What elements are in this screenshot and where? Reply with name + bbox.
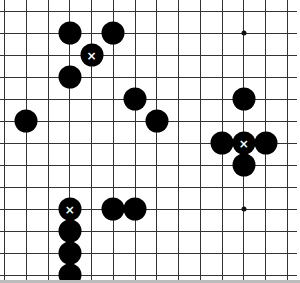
black-stone — [254, 132, 277, 155]
grid-line-vertical — [178, 0, 179, 280]
go-diagram: ××× — [0, 0, 300, 283]
black-stone — [102, 22, 125, 45]
go-board: ××× — [0, 0, 300, 283]
grid-line-vertical — [48, 0, 49, 280]
black-stone — [58, 220, 81, 243]
grid-line-horizontal — [0, 231, 297, 232]
grid-line-vertical — [135, 0, 136, 280]
black-stone — [124, 88, 147, 111]
black-stone — [211, 132, 234, 155]
star-point — [241, 31, 246, 36]
grid-line-vertical — [287, 0, 288, 280]
grid-line-horizontal — [0, 253, 297, 254]
grid-line-vertical — [4, 0, 5, 280]
black-stone-marked: × — [58, 198, 81, 221]
black-stone — [58, 22, 81, 45]
grid-line-horizontal — [0, 275, 297, 276]
star-point — [241, 207, 246, 212]
black-stone-marked: × — [232, 132, 255, 155]
grid-line-horizontal — [0, 55, 297, 56]
black-stone — [15, 110, 38, 133]
x-mark: × — [86, 49, 96, 61]
grid-line-horizontal — [0, 209, 297, 210]
black-stone — [58, 242, 81, 265]
grid-line-vertical — [91, 0, 92, 280]
grid-line-horizontal — [0, 187, 297, 188]
grid-line-vertical — [26, 0, 27, 280]
black-stone — [232, 88, 255, 111]
black-stone — [102, 198, 125, 221]
black-stone — [145, 110, 168, 133]
x-mark: × — [65, 203, 75, 215]
grid-line-horizontal — [0, 11, 297, 12]
black-stone — [124, 198, 147, 221]
grid-line-vertical — [200, 0, 201, 280]
grid-line-horizontal — [0, 77, 297, 78]
black-stone — [58, 66, 81, 89]
grid-line-vertical — [156, 0, 157, 280]
x-mark: × — [239, 137, 249, 149]
black-stone-marked: × — [80, 44, 103, 67]
black-stone — [232, 154, 255, 177]
grid-line-horizontal — [0, 33, 297, 34]
